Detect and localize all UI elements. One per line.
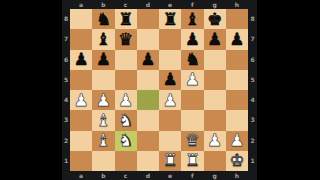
- rank-label: 3: [248, 110, 257, 130]
- square-h3[interactable]: [226, 110, 248, 130]
- square-d6[interactable]: ♟: [137, 50, 159, 70]
- square-g7[interactable]: ♟: [204, 29, 226, 49]
- square-b8[interactable]: ♞: [92, 9, 114, 29]
- rank-label: 5: [248, 70, 257, 90]
- square-e7[interactable]: [159, 29, 181, 49]
- square-b6[interactable]: ♟: [92, 50, 114, 70]
- square-g4[interactable]: [204, 90, 226, 110]
- square-b3[interactable]: ♝: [92, 110, 114, 130]
- black-pawn[interactable]: ♟: [163, 71, 178, 88]
- black-knight[interactable]: ♞: [185, 51, 200, 68]
- square-d7[interactable]: [137, 29, 159, 49]
- square-h8[interactable]: [226, 9, 248, 29]
- black-queen[interactable]: ♛: [118, 30, 133, 47]
- rank-label: 8: [62, 9, 70, 29]
- square-f4[interactable]: [181, 90, 203, 110]
- white-pawn[interactable]: ♟: [207, 132, 222, 149]
- white-knight[interactable]: ♞: [118, 111, 133, 128]
- file-label: g: [204, 171, 226, 180]
- square-d1[interactable]: [137, 151, 159, 171]
- square-a7[interactable]: [70, 29, 92, 49]
- file-labels-top: abcdefgh: [70, 0, 248, 9]
- black-pawn[interactable]: ♟: [229, 30, 244, 47]
- black-pawn[interactable]: ♟: [74, 51, 89, 68]
- square-c5[interactable]: [115, 70, 137, 90]
- square-d3[interactable]: [137, 110, 159, 130]
- file-label: d: [137, 171, 159, 180]
- black-bishop[interactable]: ♝: [96, 30, 111, 47]
- rank-label: 7: [248, 29, 257, 49]
- white-knight[interactable]: ♞: [118, 132, 133, 149]
- square-e6[interactable]: [159, 50, 181, 70]
- black-knight[interactable]: ♞: [96, 10, 111, 27]
- square-b1[interactable]: [92, 151, 114, 171]
- square-h2[interactable]: ♟: [226, 131, 248, 151]
- page-background: abcdefgh abcdefgh 87654321 87654321 ♞♜♜♝…: [0, 0, 320, 180]
- square-d5[interactable]: [137, 70, 159, 90]
- square-a8[interactable]: [70, 9, 92, 29]
- square-e5[interactable]: ♟: [159, 70, 181, 90]
- file-label: d: [137, 0, 159, 9]
- square-g2[interactable]: ♟: [204, 131, 226, 151]
- square-c8[interactable]: ♜: [115, 9, 137, 29]
- square-e2[interactable]: [159, 131, 181, 151]
- square-a6[interactable]: ♟: [70, 50, 92, 70]
- square-a3[interactable]: [70, 110, 92, 130]
- square-a2[interactable]: [70, 131, 92, 151]
- square-b2[interactable]: ♝: [92, 131, 114, 151]
- white-pawn[interactable]: ♟: [163, 91, 178, 108]
- square-a4[interactable]: ♟: [70, 90, 92, 110]
- white-rook[interactable]: ♜: [163, 152, 178, 169]
- white-bishop[interactable]: ♝: [96, 111, 111, 128]
- rank-label: 6: [62, 50, 70, 70]
- square-c4[interactable]: ♟: [115, 90, 137, 110]
- square-g6[interactable]: [204, 50, 226, 70]
- square-c1[interactable]: [115, 151, 137, 171]
- square-f8[interactable]: ♝: [181, 9, 203, 29]
- rank-label: 2: [248, 131, 257, 151]
- square-a1[interactable]: [70, 151, 92, 171]
- rank-label: 6: [248, 50, 257, 70]
- square-e4[interactable]: ♟: [159, 90, 181, 110]
- rank-label: 7: [62, 29, 70, 49]
- white-pawn[interactable]: ♟: [229, 132, 244, 149]
- rank-label: 2: [62, 131, 70, 151]
- square-h7[interactable]: ♟: [226, 29, 248, 49]
- white-pawn[interactable]: ♟: [74, 91, 89, 108]
- square-f7[interactable]: ♟: [181, 29, 203, 49]
- white-rook[interactable]: ♜: [185, 152, 200, 169]
- file-label: a: [70, 171, 92, 180]
- square-e8[interactable]: ♜: [159, 9, 181, 29]
- square-d8[interactable]: [137, 9, 159, 29]
- file-label: c: [115, 171, 137, 180]
- rank-label: 1: [62, 151, 70, 171]
- white-king[interactable]: ♚: [229, 152, 244, 169]
- rank-labels-right: 87654321: [248, 9, 257, 171]
- white-pawn[interactable]: ♟: [185, 71, 200, 88]
- black-king[interactable]: ♚: [207, 10, 222, 27]
- square-g8[interactable]: ♚: [204, 9, 226, 29]
- square-h4[interactable]: [226, 90, 248, 110]
- square-f2[interactable]: ♛: [181, 131, 203, 151]
- black-pawn[interactable]: ♟: [207, 30, 222, 47]
- square-c7[interactable]: ♛: [115, 29, 137, 49]
- file-label: g: [204, 0, 226, 9]
- square-f1[interactable]: ♜: [181, 151, 203, 171]
- file-label: a: [70, 0, 92, 9]
- white-pawn[interactable]: ♟: [118, 91, 133, 108]
- square-e1[interactable]: ♜: [159, 151, 181, 171]
- black-pawn[interactable]: ♟: [96, 51, 111, 68]
- square-b5[interactable]: [92, 70, 114, 90]
- chess-board: abcdefgh abcdefgh 87654321 87654321 ♞♜♜♝…: [62, 0, 257, 180]
- file-label: b: [92, 171, 114, 180]
- file-label: h: [226, 0, 248, 9]
- square-a5[interactable]: [70, 70, 92, 90]
- square-b4[interactable]: ♟: [92, 90, 114, 110]
- square-f3[interactable]: [181, 110, 203, 130]
- file-label: e: [159, 171, 181, 180]
- square-b7[interactable]: ♝: [92, 29, 114, 49]
- black-bishop[interactable]: ♝: [185, 10, 200, 27]
- rank-labels-left: 87654321: [62, 9, 70, 171]
- file-label: f: [181, 0, 203, 9]
- square-d4[interactable]: [137, 90, 159, 110]
- square-f5[interactable]: ♟: [181, 70, 203, 90]
- square-g5[interactable]: [204, 70, 226, 90]
- rank-label: 8: [248, 9, 257, 29]
- black-rook[interactable]: ♜: [163, 10, 178, 27]
- square-c6[interactable]: [115, 50, 137, 70]
- square-g3[interactable]: [204, 110, 226, 130]
- white-pawn[interactable]: ♟: [96, 91, 111, 108]
- rank-label: 4: [62, 90, 70, 110]
- rank-label: 4: [248, 90, 257, 110]
- square-h1[interactable]: ♚: [226, 151, 248, 171]
- file-label: f: [181, 171, 203, 180]
- file-label: h: [226, 171, 248, 180]
- black-pawn[interactable]: ♟: [140, 51, 155, 68]
- squares: ♞♜♜♝♚♝♛♟♟♟♟♟♟♞♟♟♟♟♟♟♝♞♝♞♛♟♟♜♜♚: [70, 9, 248, 171]
- white-queen[interactable]: ♛: [185, 132, 200, 149]
- square-c3[interactable]: ♞: [115, 110, 137, 130]
- white-bishop[interactable]: ♝: [96, 132, 111, 149]
- rank-label: 5: [62, 70, 70, 90]
- square-g1[interactable]: [204, 151, 226, 171]
- square-h5[interactable]: [226, 70, 248, 90]
- square-e3[interactable]: [159, 110, 181, 130]
- square-d2[interactable]: [137, 131, 159, 151]
- rank-label: 1: [248, 151, 257, 171]
- square-f6[interactable]: ♞: [181, 50, 203, 70]
- file-label: b: [92, 0, 114, 9]
- black-pawn[interactable]: ♟: [185, 30, 200, 47]
- file-label: c: [115, 0, 137, 9]
- black-rook[interactable]: ♜: [118, 10, 133, 27]
- square-c2[interactable]: ♞: [115, 131, 137, 151]
- square-h6[interactable]: [226, 50, 248, 70]
- file-labels-bottom: abcdefgh: [70, 171, 248, 180]
- rank-label: 3: [62, 110, 70, 130]
- file-label: e: [159, 0, 181, 9]
